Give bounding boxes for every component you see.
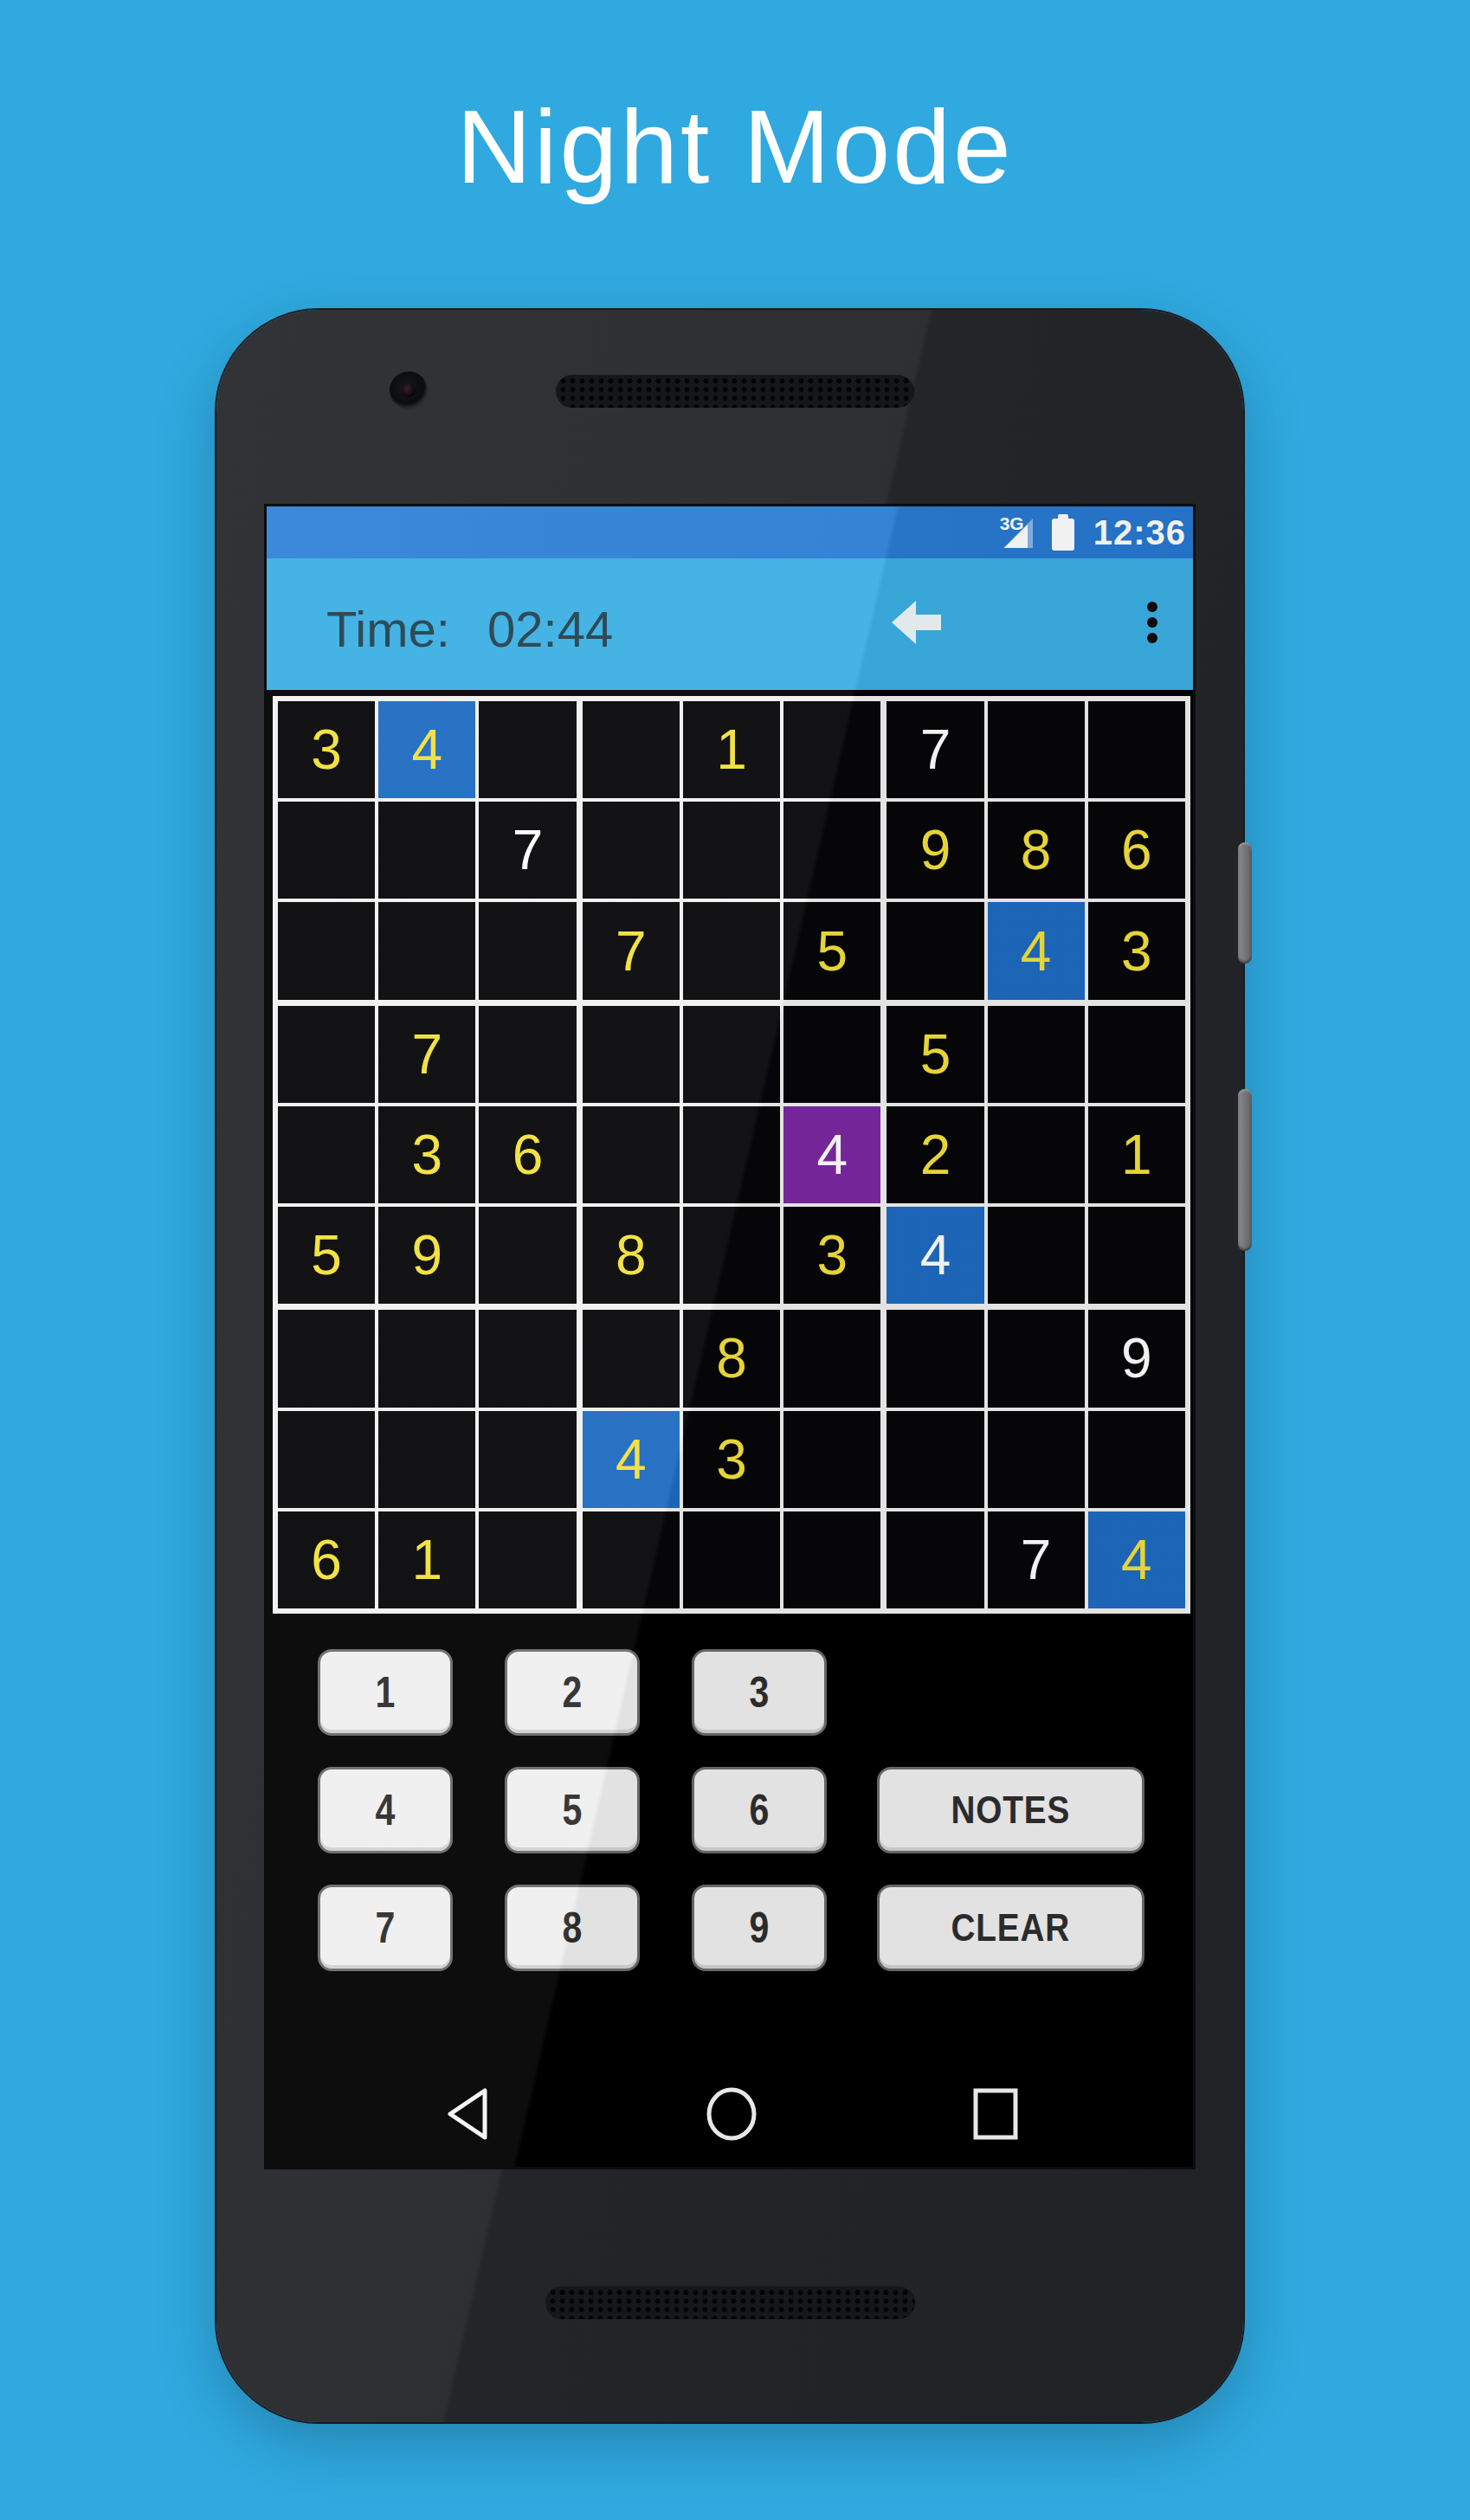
cell-r1c6[interactable] bbox=[783, 701, 880, 798]
cell-r7c2[interactable] bbox=[378, 1310, 475, 1407]
cell-r6c9[interactable] bbox=[1088, 1207, 1185, 1304]
cell-r8c6[interactable] bbox=[783, 1411, 880, 1508]
cell-r9c2[interactable]: 1 bbox=[378, 1511, 475, 1608]
sudoku-box-3: 798643 bbox=[887, 701, 1185, 1000]
cell-r5c8[interactable] bbox=[988, 1106, 1085, 1203]
page-title: Night Mode bbox=[0, 87, 1470, 206]
sudoku-box-9: 974 bbox=[887, 1310, 1185, 1608]
cell-r4c2[interactable]: 7 bbox=[378, 1006, 475, 1103]
cell-r1c1[interactable]: 3 bbox=[278, 701, 375, 798]
battery-icon bbox=[1052, 519, 1074, 551]
cell-r8c7[interactable] bbox=[887, 1411, 983, 1508]
cell-r8c3[interactable] bbox=[479, 1411, 576, 1508]
cell-r8c8[interactable] bbox=[988, 1411, 1085, 1508]
cell-r9c8[interactable]: 7 bbox=[988, 1511, 1085, 1608]
sudoku-box-2: 175 bbox=[583, 701, 881, 1000]
status-clock: 12:36 bbox=[1093, 513, 1186, 552]
cell-r9c6[interactable] bbox=[783, 1511, 880, 1608]
cell-r6c3[interactable] bbox=[479, 1207, 576, 1304]
nav-recents-icon[interactable] bbox=[972, 2087, 1019, 2144]
cell-r3c4[interactable]: 7 bbox=[583, 902, 680, 999]
pad-button-4[interactable]: 4 bbox=[318, 1767, 453, 1853]
status-bar: 3G 12:36 bbox=[267, 506, 1193, 558]
cell-r7c4[interactable] bbox=[583, 1310, 680, 1407]
cell-r2c4[interactable] bbox=[583, 802, 680, 899]
clear-button[interactable]: CLEAR bbox=[877, 1885, 1144, 1971]
cell-r3c2[interactable] bbox=[378, 902, 475, 999]
cell-r5c2[interactable]: 3 bbox=[378, 1106, 475, 1203]
cell-r3c6[interactable]: 5 bbox=[783, 902, 880, 999]
cell-r6c8[interactable] bbox=[988, 1207, 1085, 1304]
earpiece-speaker-grille bbox=[556, 375, 914, 408]
pad-button-1[interactable]: 1 bbox=[318, 1649, 453, 1736]
app-toolbar: Time: 02:44 bbox=[267, 558, 1193, 690]
android-nav-bar bbox=[267, 2065, 1193, 2167]
cell-r1c5[interactable]: 1 bbox=[683, 701, 780, 798]
overflow-menu-icon[interactable] bbox=[1143, 597, 1162, 648]
camera-lens bbox=[402, 383, 416, 397]
cell-r1c4[interactable] bbox=[583, 701, 680, 798]
sudoku-box-7: 61 bbox=[278, 1310, 577, 1608]
notes-button[interactable]: NOTES bbox=[877, 1767, 1144, 1853]
cell-r7c5[interactable]: 8 bbox=[683, 1310, 780, 1407]
cell-r8c4[interactable]: 4 bbox=[583, 1411, 680, 1508]
cell-r2c6[interactable] bbox=[783, 802, 880, 899]
sudoku-box-5: 483 bbox=[583, 1006, 881, 1305]
cell-r2c5[interactable] bbox=[683, 802, 780, 899]
cell-r7c9[interactable]: 9 bbox=[1088, 1310, 1185, 1407]
cell-r9c4[interactable] bbox=[583, 1511, 680, 1608]
cell-r8c1[interactable] bbox=[278, 1411, 375, 1508]
cell-r7c1[interactable] bbox=[278, 1310, 375, 1407]
cell-r1c3[interactable] bbox=[479, 701, 576, 798]
timer-label: Time: bbox=[326, 600, 450, 658]
phone-frame: 3G 12:36 Time: 02:44 3471757986437365948… bbox=[216, 310, 1243, 2422]
sudoku-box-4: 73659 bbox=[278, 1006, 577, 1305]
cell-r9c9[interactable]: 4 bbox=[1088, 1511, 1185, 1608]
cell-r1c8[interactable] bbox=[988, 701, 1085, 798]
sudoku-box-1: 347 bbox=[278, 701, 577, 1000]
cell-r1c7[interactable]: 7 bbox=[887, 701, 983, 798]
cell-r7c6[interactable] bbox=[783, 1310, 880, 1407]
cell-r5c4[interactable] bbox=[583, 1106, 680, 1203]
cell-r5c9[interactable]: 1 bbox=[1088, 1106, 1185, 1203]
pad-button-3[interactable]: 3 bbox=[692, 1649, 827, 1736]
cell-r8c5[interactable]: 3 bbox=[683, 1411, 780, 1508]
cell-r5c7[interactable]: 2 bbox=[887, 1106, 983, 1203]
cell-r1c2[interactable]: 4 bbox=[378, 701, 475, 798]
pad-button-2[interactable]: 2 bbox=[505, 1649, 640, 1736]
cell-r4c9[interactable] bbox=[1088, 1006, 1185, 1103]
sudoku-box-8: 843 bbox=[583, 1310, 881, 1608]
phone-screen: 3G 12:36 Time: 02:44 3471757986437365948… bbox=[267, 506, 1193, 2167]
cell-r4c6[interactable] bbox=[783, 1006, 880, 1103]
cell-r5c5[interactable] bbox=[683, 1106, 780, 1203]
cell-r4c7[interactable]: 5 bbox=[887, 1006, 983, 1103]
bottom-speaker-grille bbox=[545, 2286, 915, 2319]
power-button[interactable] bbox=[1238, 842, 1252, 964]
cell-r3c1[interactable] bbox=[278, 902, 375, 999]
sudoku-box-6: 5214 bbox=[887, 1006, 1185, 1305]
cell-r8c2[interactable] bbox=[378, 1411, 475, 1508]
cell-r6c7[interactable]: 4 bbox=[887, 1207, 983, 1304]
cell-r1c9[interactable] bbox=[1088, 701, 1185, 798]
cell-r6c4[interactable]: 8 bbox=[583, 1207, 680, 1304]
cell-r4c1[interactable] bbox=[278, 1006, 375, 1103]
back-arrow-icon[interactable] bbox=[890, 596, 942, 652]
cell-r2c9[interactable]: 6 bbox=[1088, 802, 1185, 899]
cell-r3c3[interactable] bbox=[479, 902, 576, 999]
cell-r3c8[interactable]: 4 bbox=[988, 902, 1085, 999]
cell-r9c3[interactable] bbox=[479, 1511, 576, 1608]
cell-r3c5[interactable] bbox=[683, 902, 780, 999]
cell-r2c7[interactable]: 9 bbox=[887, 802, 983, 899]
cell-r6c2[interactable]: 9 bbox=[378, 1207, 475, 1304]
cell-r6c6[interactable]: 3 bbox=[783, 1207, 880, 1304]
timer-value: 02:44 bbox=[487, 600, 613, 658]
cell-r3c7[interactable] bbox=[887, 902, 983, 999]
pad-button-6[interactable]: 6 bbox=[692, 1767, 827, 1853]
cell-r2c2[interactable] bbox=[378, 802, 475, 899]
volume-button[interactable] bbox=[1238, 1089, 1252, 1251]
cell-r4c5[interactable] bbox=[683, 1006, 780, 1103]
cell-r8c9[interactable] bbox=[1088, 1411, 1185, 1508]
pad-button-9[interactable]: 9 bbox=[692, 1885, 827, 1971]
cell-r2c1[interactable] bbox=[278, 802, 375, 899]
pad-button-5[interactable]: 5 bbox=[505, 1767, 640, 1853]
cell-r4c8[interactable] bbox=[988, 1006, 1085, 1103]
cell-r4c4[interactable] bbox=[583, 1006, 680, 1103]
cell-r7c8[interactable] bbox=[988, 1310, 1085, 1407]
cell-r5c3[interactable]: 6 bbox=[479, 1106, 576, 1203]
signal-3g-icon: 3G bbox=[1002, 515, 1033, 550]
cell-r3c9[interactable]: 3 bbox=[1088, 902, 1185, 999]
pad-button-7[interactable]: 7 bbox=[318, 1885, 453, 1971]
cell-r9c1[interactable]: 6 bbox=[278, 1511, 375, 1608]
sudoku-board: 34717579864373659483521461843974 bbox=[273, 696, 1190, 1614]
nav-back-icon[interactable] bbox=[445, 2086, 490, 2145]
cell-r9c5[interactable] bbox=[683, 1511, 780, 1608]
cell-r9c7[interactable] bbox=[887, 1511, 983, 1608]
cell-r6c1[interactable]: 5 bbox=[278, 1207, 375, 1304]
cell-r5c6[interactable]: 4 bbox=[783, 1106, 880, 1203]
front-camera bbox=[390, 371, 428, 409]
cell-r7c3[interactable] bbox=[479, 1310, 576, 1407]
cell-r2c8[interactable]: 8 bbox=[988, 802, 1085, 899]
cell-r2c3[interactable]: 7 bbox=[479, 802, 576, 899]
cell-r5c1[interactable] bbox=[278, 1106, 375, 1203]
cell-r7c7[interactable] bbox=[887, 1310, 983, 1407]
pad-button-8[interactable]: 8 bbox=[505, 1885, 640, 1971]
nav-home-icon[interactable] bbox=[706, 2086, 758, 2145]
cell-r6c5[interactable] bbox=[683, 1207, 780, 1304]
cell-r4c3[interactable] bbox=[479, 1006, 576, 1103]
